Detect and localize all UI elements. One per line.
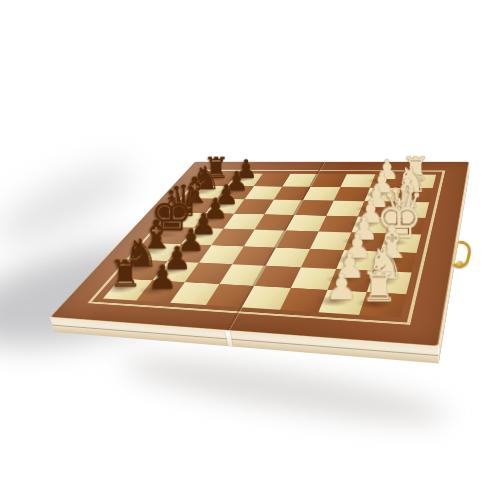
piece-shadow	[340, 237, 373, 246]
piece-shadow	[367, 178, 395, 184]
piece-shadow	[361, 191, 390, 198]
square: ♜	[359, 292, 407, 318]
square	[286, 215, 326, 232]
square: ♞	[120, 260, 167, 280]
piece-shadow	[188, 189, 216, 195]
piece-shadow	[333, 255, 367, 265]
square	[199, 245, 243, 264]
piece-shadow	[362, 276, 398, 287]
piece-shadow	[348, 220, 380, 228]
square: ♛	[386, 217, 426, 235]
piece-shadow	[199, 176, 226, 182]
piece-shadow	[225, 177, 252, 183]
piece-shadow	[163, 216, 193, 223]
square: ♛	[164, 212, 205, 228]
square	[170, 282, 219, 305]
piece-shadow	[397, 178, 426, 184]
square: ♟	[370, 174, 405, 187]
piece-shadow	[315, 295, 353, 307]
product-photo: ♜♟♟♜♞♟♟♞♝♟♟♝♛♟♟♛♚♟♟♚♝♟♟♝♞♟♟♞♜♟♟♜	[0, 0, 500, 500]
fold-hinge-notch	[225, 330, 233, 346]
square: ♟	[358, 201, 396, 217]
board-surface: ♜♟♟♜♞♟♟♞♝♟♟♝♛♟♟♛♚♟♟♚♝♟♟♝♞♟♟♞♜♟♟♜	[50, 162, 470, 347]
square: ♝	[391, 202, 429, 218]
square: ♞	[396, 188, 432, 203]
piece-shadow	[369, 256, 404, 266]
piece-shadow	[150, 231, 181, 239]
chess-board: ♜♟♟♜♞♟♟♞♝♟♟♝♛♟♟♛♚♟♟♚♝♟♟♝♞♟♟♞♜♟♟♜	[50, 162, 470, 347]
piece-shadow	[204, 202, 233, 209]
board-grid: ♜♟♟♜♞♟♟♞♝♟♟♝♛♟♟♛♚♟♟♚♝♟♟♝♞♟♟♞♜♟♟♜	[103, 173, 436, 317]
piece-shadow	[102, 283, 138, 294]
square	[290, 267, 336, 289]
piece-shadow	[376, 238, 409, 247]
piece-shadow	[166, 248, 199, 257]
piece-shadow	[382, 221, 414, 229]
square: ♟	[194, 213, 235, 229]
piece-shadow	[215, 189, 243, 195]
piece-shadow	[354, 205, 384, 212]
piece-shadow	[192, 216, 222, 224]
chess-piece-bK: ♚	[150, 190, 189, 238]
square: ♚	[380, 234, 421, 253]
piece-shadow	[135, 247, 168, 256]
piece-shadow	[354, 297, 392, 310]
square: ♜	[401, 174, 436, 188]
square: ♝	[373, 251, 416, 272]
piece-shadow	[324, 274, 360, 285]
square: ♟	[364, 187, 401, 201]
piece-shadow	[387, 206, 418, 214]
square: ♟	[328, 269, 374, 292]
piece-shadow	[151, 266, 185, 276]
piece-shadow	[119, 264, 153, 274]
piece-shadow	[176, 202, 205, 209]
square: ♞	[366, 271, 411, 294]
